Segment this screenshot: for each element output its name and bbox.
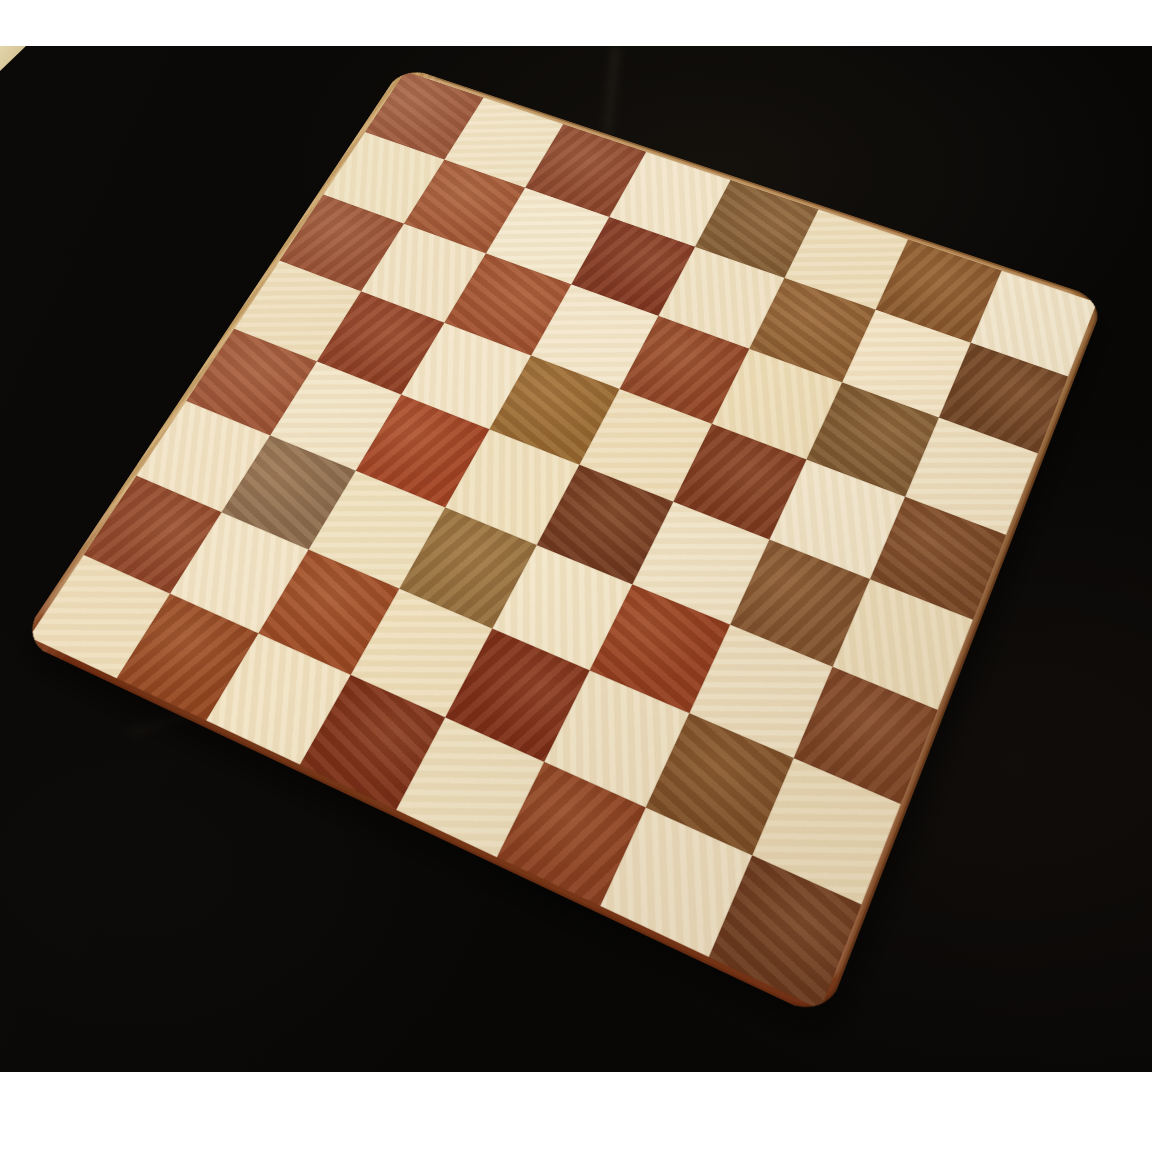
- bottom-white-band: [0, 1072, 1152, 1152]
- edge-object: [0, 46, 30, 76]
- board-grid: [29, 71, 1097, 1009]
- top-white-band: [0, 0, 1152, 46]
- photo-area: [0, 46, 1152, 1072]
- board-frame: [20, 66, 1105, 1020]
- chess-board: [20, 66, 1105, 1020]
